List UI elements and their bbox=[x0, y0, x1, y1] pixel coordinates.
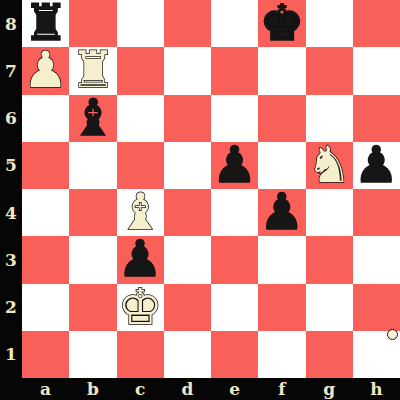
piece-white-rook-b7[interactable]: ♜ bbox=[70, 47, 115, 94]
square-g1[interactable] bbox=[306, 331, 353, 378]
square-b5[interactable] bbox=[69, 142, 116, 189]
file-label-a: a bbox=[22, 378, 69, 400]
square-c2[interactable]: ♚ bbox=[117, 284, 164, 331]
square-c7[interactable] bbox=[117, 47, 164, 94]
square-d6[interactable] bbox=[164, 95, 211, 142]
square-e1[interactable] bbox=[211, 331, 258, 378]
square-c3[interactable]: ♟ bbox=[117, 236, 164, 283]
square-c8[interactable] bbox=[117, 0, 164, 47]
square-e6[interactable] bbox=[211, 95, 258, 142]
piece-black-rook-a8[interactable]: ♜ bbox=[23, 0, 68, 47]
file-labels: a b c d e f g h bbox=[22, 378, 400, 400]
square-c1[interactable] bbox=[117, 331, 164, 378]
square-c5[interactable] bbox=[117, 142, 164, 189]
file-label-b: b bbox=[69, 378, 116, 400]
rank-label-2: 2 bbox=[0, 284, 22, 331]
square-h2[interactable] bbox=[353, 284, 400, 331]
square-e8[interactable] bbox=[211, 0, 258, 47]
piece-black-pawn-f4[interactable]: ♟ bbox=[259, 189, 304, 236]
file-label-h: h bbox=[353, 378, 400, 400]
square-e5[interactable]: ♟ bbox=[211, 142, 258, 189]
piece-white-bishop-c4[interactable]: ♝ bbox=[118, 189, 163, 236]
white-to-move-indicator bbox=[387, 329, 398, 340]
piece-white-knight-g5[interactable]: ♞ bbox=[307, 142, 352, 189]
square-d5[interactable] bbox=[164, 142, 211, 189]
square-c4[interactable]: ♝ bbox=[117, 189, 164, 236]
square-f5[interactable] bbox=[258, 142, 305, 189]
piece-black-bishop-b6[interactable]: ♝ bbox=[70, 95, 115, 142]
square-g2[interactable] bbox=[306, 284, 353, 331]
piece-white-pawn-a7[interactable]: ♟ bbox=[23, 47, 68, 94]
square-d7[interactable] bbox=[164, 47, 211, 94]
square-g6[interactable] bbox=[306, 95, 353, 142]
square-e7[interactable] bbox=[211, 47, 258, 94]
square-d4[interactable] bbox=[164, 189, 211, 236]
square-a7[interactable]: ♟ bbox=[22, 47, 69, 94]
file-label-c: c bbox=[117, 378, 164, 400]
square-e3[interactable] bbox=[211, 236, 258, 283]
rank-label-7: 7 bbox=[0, 47, 22, 94]
piece-black-king-f8[interactable]: ♚ bbox=[259, 0, 304, 47]
piece-black-pawn-c3[interactable]: ♟ bbox=[118, 236, 163, 283]
square-h7[interactable] bbox=[353, 47, 400, 94]
file-label-e: e bbox=[211, 378, 258, 400]
square-a8[interactable]: ♜ bbox=[22, 0, 69, 47]
square-f2[interactable] bbox=[258, 284, 305, 331]
square-h6[interactable] bbox=[353, 95, 400, 142]
square-g8[interactable] bbox=[306, 0, 353, 47]
square-a3[interactable] bbox=[22, 236, 69, 283]
square-h5[interactable]: ♟ bbox=[353, 142, 400, 189]
square-h3[interactable] bbox=[353, 236, 400, 283]
rank-labels: 8 7 6 5 4 3 2 1 bbox=[0, 0, 22, 378]
square-b8[interactable] bbox=[69, 0, 116, 47]
square-h8[interactable] bbox=[353, 0, 400, 47]
square-g7[interactable] bbox=[306, 47, 353, 94]
square-a5[interactable] bbox=[22, 142, 69, 189]
square-d2[interactable] bbox=[164, 284, 211, 331]
square-g3[interactable] bbox=[306, 236, 353, 283]
rank-label-3: 3 bbox=[0, 236, 22, 283]
square-f6[interactable] bbox=[258, 95, 305, 142]
rank-label-8: 8 bbox=[0, 0, 22, 47]
square-d8[interactable] bbox=[164, 0, 211, 47]
square-e4[interactable] bbox=[211, 189, 258, 236]
square-f4[interactable]: ♟ bbox=[258, 189, 305, 236]
square-a4[interactable] bbox=[22, 189, 69, 236]
square-d3[interactable] bbox=[164, 236, 211, 283]
square-e2[interactable] bbox=[211, 284, 258, 331]
file-label-d: d bbox=[164, 378, 211, 400]
square-b2[interactable] bbox=[69, 284, 116, 331]
square-d1[interactable] bbox=[164, 331, 211, 378]
piece-black-pawn-h5[interactable]: ♟ bbox=[354, 142, 399, 189]
square-f8[interactable]: ♚ bbox=[258, 0, 305, 47]
rank-label-6: 6 bbox=[0, 95, 22, 142]
square-b6[interactable]: ♝ bbox=[69, 95, 116, 142]
square-g5[interactable]: ♞ bbox=[306, 142, 353, 189]
rank-label-5: 5 bbox=[0, 142, 22, 189]
square-b3[interactable] bbox=[69, 236, 116, 283]
rank-label-1: 1 bbox=[0, 331, 22, 378]
square-a6[interactable] bbox=[22, 95, 69, 142]
square-f3[interactable] bbox=[258, 236, 305, 283]
rank-label-4: 4 bbox=[0, 189, 22, 236]
square-b1[interactable] bbox=[69, 331, 116, 378]
square-f1[interactable] bbox=[258, 331, 305, 378]
chess-board: ♜♚♟♜♝♟♞♟♝♟♟♚ bbox=[22, 0, 400, 378]
square-g4[interactable] bbox=[306, 189, 353, 236]
square-a1[interactable] bbox=[22, 331, 69, 378]
piece-white-king-c2[interactable]: ♚ bbox=[118, 284, 163, 331]
file-label-f: f bbox=[258, 378, 305, 400]
piece-black-pawn-e5[interactable]: ♟ bbox=[212, 142, 257, 189]
file-label-g: g bbox=[306, 378, 353, 400]
square-b4[interactable] bbox=[69, 189, 116, 236]
square-c6[interactable] bbox=[117, 95, 164, 142]
square-b7[interactable]: ♜ bbox=[69, 47, 116, 94]
chess-diagram: 8 7 6 5 4 3 2 1 ♜♚♟♜♝♟♞♟♝♟♟♚ a b c d e f… bbox=[0, 0, 400, 400]
square-a2[interactable] bbox=[22, 284, 69, 331]
square-f7[interactable] bbox=[258, 47, 305, 94]
square-h4[interactable] bbox=[353, 189, 400, 236]
